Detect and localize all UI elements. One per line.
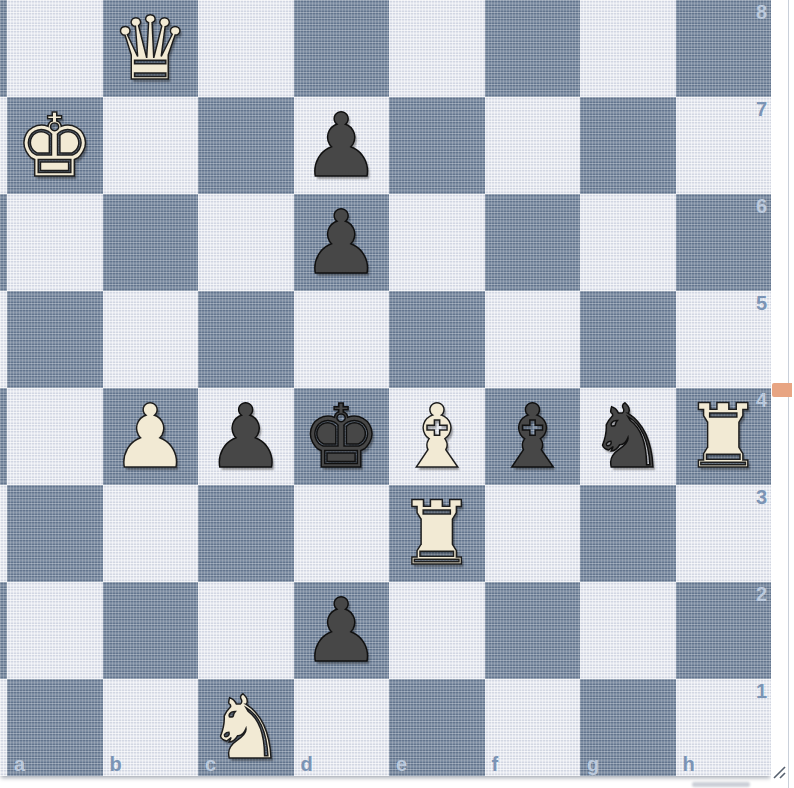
square-d2[interactable]: ♟ bbox=[294, 582, 390, 679]
square-d8[interactable] bbox=[294, 0, 390, 97]
square-a4[interactable] bbox=[7, 388, 103, 485]
square-h6[interactable]: 6 bbox=[676, 194, 772, 291]
sliver-cell bbox=[0, 679, 7, 776]
file-label-a: a bbox=[14, 754, 25, 774]
square-d7[interactable]: ♟ bbox=[294, 97, 390, 194]
piece-black-knight-g4[interactable]: ♞ bbox=[580, 388, 676, 485]
square-b2[interactable] bbox=[103, 582, 199, 679]
piece-black-king-d4[interactable]: ♚ bbox=[294, 388, 390, 485]
square-e8[interactable] bbox=[389, 0, 485, 97]
square-f8[interactable] bbox=[485, 0, 581, 97]
sliver-cell bbox=[0, 194, 7, 291]
square-d6[interactable]: ♟ bbox=[294, 194, 390, 291]
square-a7[interactable]: ♚ bbox=[7, 97, 103, 194]
rank-label-7: 7 bbox=[756, 99, 767, 119]
square-a6[interactable] bbox=[7, 194, 103, 291]
square-b7[interactable] bbox=[103, 97, 199, 194]
file-label-b: b bbox=[110, 754, 122, 774]
square-h3[interactable]: 3 bbox=[676, 485, 772, 582]
square-c8[interactable] bbox=[198, 0, 294, 97]
board-left-edge-sliver bbox=[0, 0, 7, 776]
square-g2[interactable] bbox=[580, 582, 676, 679]
piece-black-pawn-d7[interactable]: ♟ bbox=[294, 97, 390, 194]
square-e6[interactable] bbox=[389, 194, 485, 291]
right-edge-marker bbox=[772, 383, 792, 397]
square-d1[interactable]: d bbox=[294, 679, 390, 776]
square-e3[interactable]: ♜ bbox=[389, 485, 485, 582]
square-g3[interactable] bbox=[580, 485, 676, 582]
square-g4[interactable]: ♞ bbox=[580, 388, 676, 485]
square-h8[interactable]: 8 bbox=[676, 0, 772, 97]
sliver-cell bbox=[0, 0, 7, 97]
square-b4[interactable]: ♟ bbox=[103, 388, 199, 485]
square-a5[interactable] bbox=[7, 291, 103, 388]
square-g1[interactable]: g bbox=[580, 679, 676, 776]
piece-black-bishop-f4[interactable]: ♝ bbox=[485, 388, 581, 485]
rank-label-3: 3 bbox=[756, 487, 767, 507]
square-e7[interactable] bbox=[389, 97, 485, 194]
square-f1[interactable]: f bbox=[485, 679, 581, 776]
square-h5[interactable]: 5 bbox=[676, 291, 772, 388]
sliver-cell bbox=[0, 485, 7, 582]
file-label-f: f bbox=[492, 754, 499, 774]
square-b6[interactable] bbox=[103, 194, 199, 291]
square-f7[interactable] bbox=[485, 97, 581, 194]
sliver-cell bbox=[0, 97, 7, 194]
file-label-g: g bbox=[587, 754, 599, 774]
cutoff-text-smudge bbox=[692, 782, 750, 787]
square-a2[interactable] bbox=[7, 582, 103, 679]
square-c5[interactable] bbox=[198, 291, 294, 388]
piece-black-pawn-d2[interactable]: ♟ bbox=[294, 582, 390, 679]
piece-black-pawn-c4[interactable]: ♟ bbox=[198, 388, 294, 485]
square-f3[interactable] bbox=[485, 485, 581, 582]
square-b5[interactable] bbox=[103, 291, 199, 388]
square-e4[interactable]: ♝ bbox=[389, 388, 485, 485]
square-c7[interactable] bbox=[198, 97, 294, 194]
square-e2[interactable] bbox=[389, 582, 485, 679]
square-f6[interactable] bbox=[485, 194, 581, 291]
square-b3[interactable] bbox=[103, 485, 199, 582]
piece-white-queen-b8[interactable]: ♛ bbox=[103, 0, 199, 97]
piece-white-king-a7[interactable]: ♚ bbox=[7, 97, 103, 194]
square-h7[interactable]: 7 bbox=[676, 97, 772, 194]
square-h2[interactable]: 2 bbox=[676, 582, 772, 679]
square-d4[interactable]: ♚ bbox=[294, 388, 390, 485]
square-b8[interactable]: ♛ bbox=[103, 0, 199, 97]
square-c4[interactable]: ♟ bbox=[198, 388, 294, 485]
square-g8[interactable] bbox=[580, 0, 676, 97]
sliver-cell bbox=[0, 291, 7, 388]
square-c1[interactable]: c♞ bbox=[198, 679, 294, 776]
piece-white-pawn-b4[interactable]: ♟ bbox=[103, 388, 199, 485]
square-f2[interactable] bbox=[485, 582, 581, 679]
board-grid: ♛8♚♟7♟65♟♟♚♝♝♞4♜♜3♟2abc♞defg1h bbox=[7, 0, 771, 776]
square-f5[interactable] bbox=[485, 291, 581, 388]
square-a3[interactable] bbox=[7, 485, 103, 582]
square-e1[interactable]: e bbox=[389, 679, 485, 776]
file-label-h: h bbox=[683, 754, 695, 774]
square-g5[interactable] bbox=[580, 291, 676, 388]
file-label-d: d bbox=[301, 754, 313, 774]
piece-white-knight-c1[interactable]: ♞ bbox=[198, 679, 294, 776]
square-d3[interactable] bbox=[294, 485, 390, 582]
square-c3[interactable] bbox=[198, 485, 294, 582]
square-g7[interactable] bbox=[580, 97, 676, 194]
piece-black-pawn-d6[interactable]: ♟ bbox=[294, 194, 390, 291]
file-label-e: e bbox=[396, 754, 407, 774]
board-resize-handle-icon[interactable] bbox=[772, 765, 788, 780]
square-c2[interactable] bbox=[198, 582, 294, 679]
rank-label-5: 5 bbox=[756, 293, 767, 313]
square-h1[interactable]: 1h bbox=[676, 679, 772, 776]
square-e5[interactable] bbox=[389, 291, 485, 388]
square-a1[interactable]: a bbox=[7, 679, 103, 776]
square-h4[interactable]: 4♜ bbox=[676, 388, 772, 485]
chess-board: ♛8♚♟7♟65♟♟♚♝♝♞4♜♜3♟2abc♞defg1h bbox=[0, 0, 771, 776]
sliver-cell bbox=[0, 582, 7, 679]
square-b1[interactable]: b bbox=[103, 679, 199, 776]
square-d5[interactable] bbox=[294, 291, 390, 388]
rank-label-1: 1 bbox=[756, 681, 767, 701]
rank-label-8: 8 bbox=[756, 2, 767, 22]
square-g6[interactable] bbox=[580, 194, 676, 291]
rank-label-6: 6 bbox=[756, 196, 767, 216]
piece-white-bishop-e4[interactable]: ♝ bbox=[389, 388, 485, 485]
piece-white-rook-e3[interactable]: ♜ bbox=[389, 485, 485, 582]
rank-label-2: 2 bbox=[756, 584, 767, 604]
square-c6[interactable] bbox=[198, 194, 294, 291]
piece-white-rook-h4[interactable]: ♜ bbox=[676, 388, 772, 485]
square-f4[interactable]: ♝ bbox=[485, 388, 581, 485]
square-a8[interactable] bbox=[7, 0, 103, 97]
sliver-cell bbox=[0, 388, 7, 485]
